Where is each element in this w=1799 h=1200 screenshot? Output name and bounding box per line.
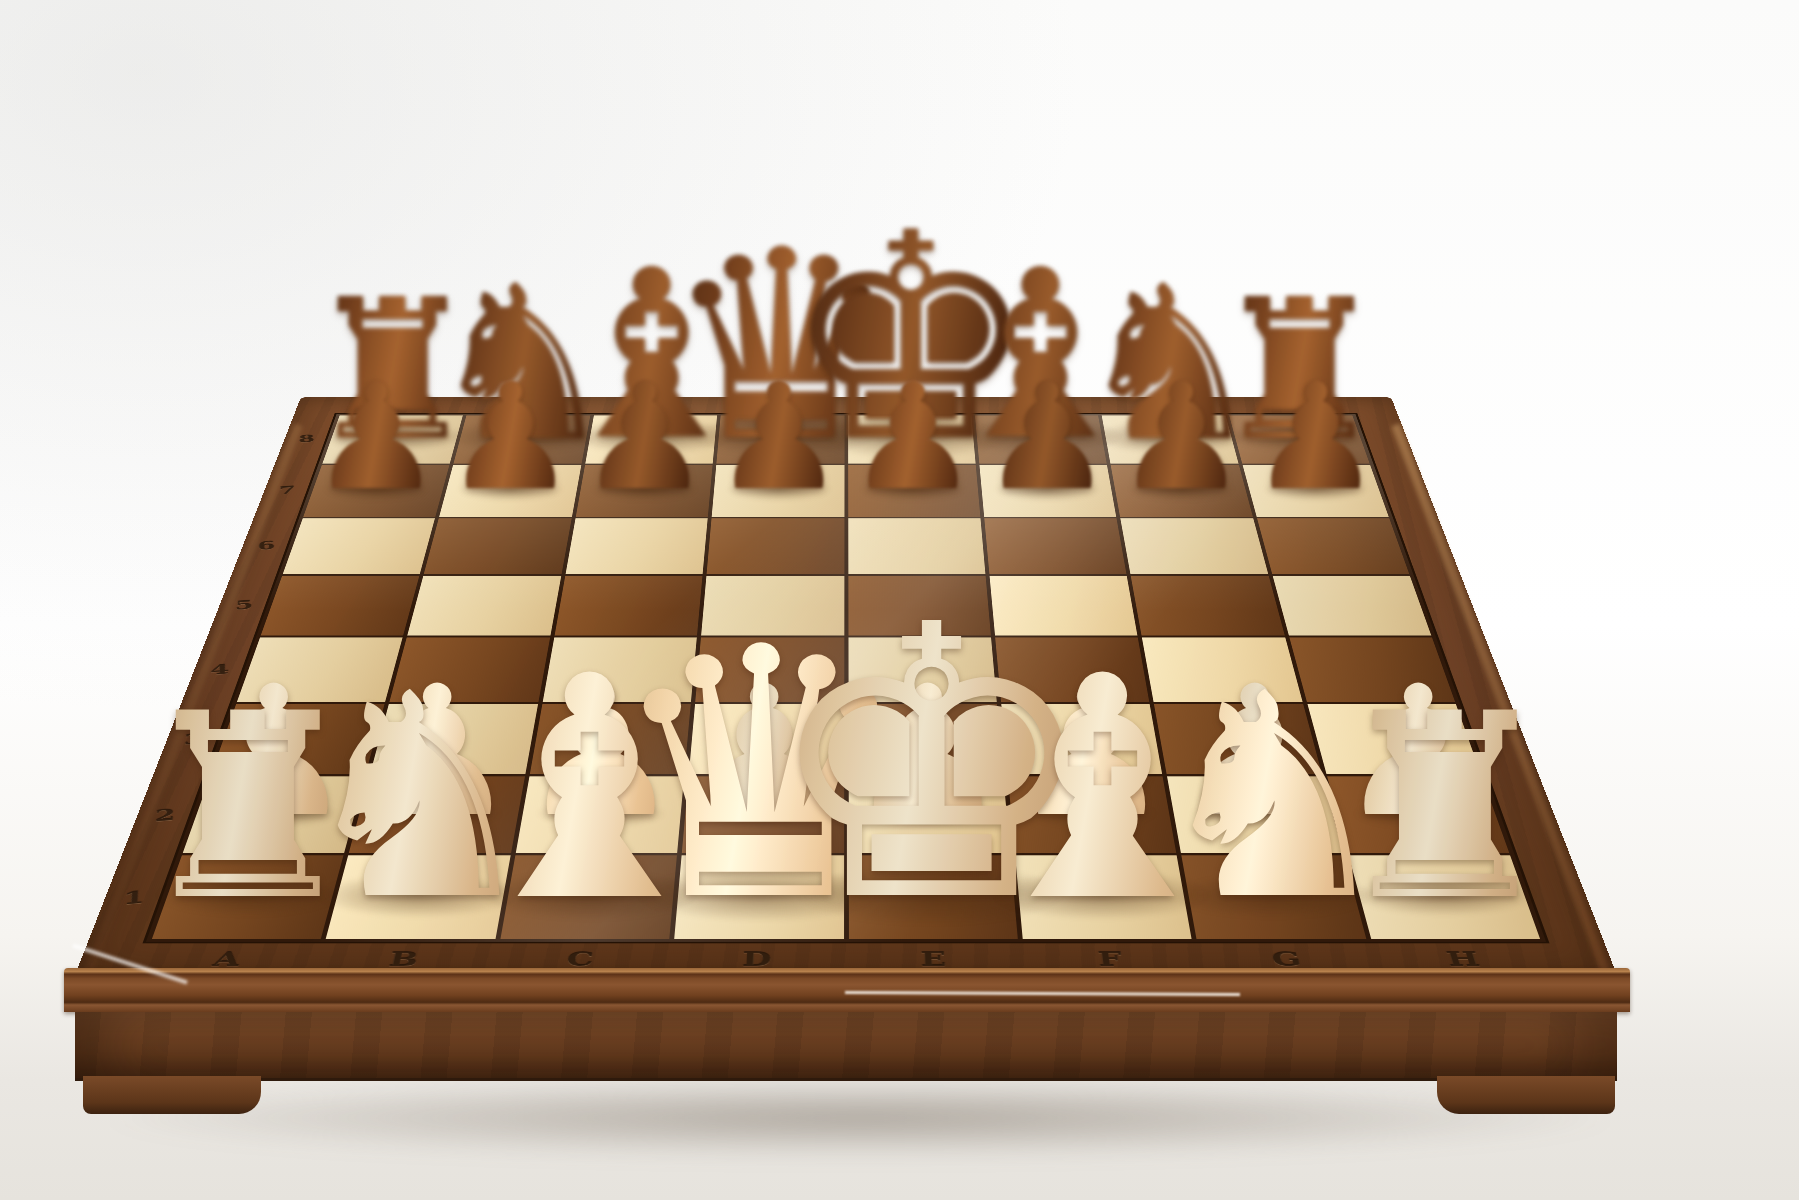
black-pawn-glyph: ♟ [1227,364,1404,512]
square-h5[interactable] [1272,576,1431,636]
piece-black-pawn-h7[interactable]: ♟ [1227,364,1404,512]
piece-white-rook-h1[interactable]: ♜ [1291,680,1598,936]
square-a6[interactable] [283,518,435,573]
photo-scene: ABCDEFGH12345678 ♜♞♝♛♚♝♞♜♟♟♟♟♟♟♟♟♟♟♟♟♟♟♟… [0,0,1799,1200]
square-c6[interactable] [565,518,707,573]
board-floor-shadow [100,1078,1620,1158]
square-b6[interactable] [424,518,571,573]
board-left-foot [83,1076,261,1114]
square-a5[interactable] [261,576,420,636]
board-front-apron [75,1012,1617,1081]
square-g6[interactable] [1121,518,1268,573]
white-rook-glyph: ♜ [1291,680,1598,936]
board-right-foot [1437,1076,1615,1114]
square-h6[interactable] [1257,518,1409,573]
